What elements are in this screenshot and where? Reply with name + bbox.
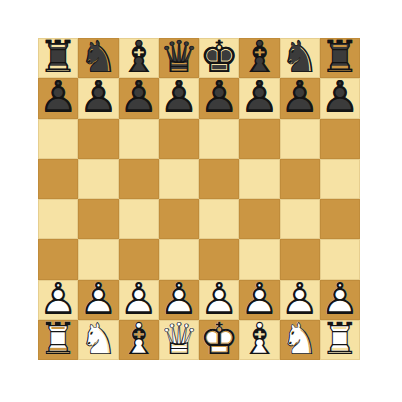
- square-h6[interactable]: [320, 119, 360, 159]
- square-d8[interactable]: ♛♕: [159, 38, 199, 78]
- square-c8[interactable]: ♝♗: [119, 38, 159, 78]
- square-b7[interactable]: ♟♙: [78, 78, 118, 118]
- black-pawn-icon: ♙: [159, 77, 199, 117]
- square-f8[interactable]: ♝♗: [239, 38, 279, 78]
- black-bishop-fill: ♝: [119, 37, 159, 77]
- square-b4[interactable]: [78, 199, 118, 239]
- black-rook-fill: ♜: [320, 37, 360, 77]
- black-pawn-icon: ♙: [199, 77, 239, 117]
- white-bishop-fill: ♝: [239, 319, 279, 359]
- white-pawn-fill: ♟: [199, 279, 239, 319]
- white-rook-icon: ♖: [320, 319, 360, 359]
- square-h5[interactable]: [320, 159, 360, 199]
- black-queen-fill: ♛: [159, 37, 199, 77]
- black-pawn-fill: ♟: [78, 77, 118, 117]
- white-pawn-fill: ♟: [159, 279, 199, 319]
- black-pawn-fill: ♟: [320, 77, 360, 117]
- square-f6[interactable]: [239, 119, 279, 159]
- square-f5[interactable]: [239, 159, 279, 199]
- square-c1[interactable]: ♝♗: [119, 320, 159, 360]
- square-e7[interactable]: ♟♙: [199, 78, 239, 118]
- page-root: ♜♖♞♘♝♗♛♕♚♔♝♗♞♘♜♖♟♙♟♙♟♙♟♙♟♙♟♙♟♙♟♙♟♙♟♙♟♙♟♙…: [0, 0, 402, 402]
- square-g8[interactable]: ♞♘: [280, 38, 320, 78]
- black-pawn-fill: ♟: [280, 77, 320, 117]
- white-king-icon: ♔: [199, 319, 239, 359]
- black-queen-icon: ♕: [159, 37, 199, 77]
- square-f1[interactable]: ♝♗: [239, 320, 279, 360]
- black-rook-icon: ♖: [320, 37, 360, 77]
- white-bishop-fill: ♝: [119, 319, 159, 359]
- square-c5[interactable]: [119, 159, 159, 199]
- square-d1[interactable]: ♛♕: [159, 320, 199, 360]
- square-b3[interactable]: [78, 239, 118, 279]
- square-d4[interactable]: [159, 199, 199, 239]
- white-bishop-icon: ♗: [239, 319, 279, 359]
- white-knight-icon: ♘: [78, 319, 118, 359]
- square-h7[interactable]: ♟♙: [320, 78, 360, 118]
- white-pawn-fill: ♟: [38, 279, 78, 319]
- black-pawn-icon: ♙: [78, 77, 118, 117]
- square-a8[interactable]: ♜♖: [38, 38, 78, 78]
- square-f7[interactable]: ♟♙: [239, 78, 279, 118]
- square-a7[interactable]: ♟♙: [38, 78, 78, 118]
- white-knight-icon: ♘: [280, 319, 320, 359]
- black-pawn-icon: ♙: [280, 77, 320, 117]
- white-pawn-fill: ♟: [320, 279, 360, 319]
- square-d5[interactable]: [159, 159, 199, 199]
- board: ♜♖♞♘♝♗♛♕♚♔♝♗♞♘♜♖♟♙♟♙♟♙♟♙♟♙♟♙♟♙♟♙♟♙♟♙♟♙♟♙…: [38, 38, 360, 360]
- square-e8[interactable]: ♚♔: [199, 38, 239, 78]
- white-pawn-icon: ♙: [159, 279, 199, 319]
- white-pawn-icon: ♙: [280, 279, 320, 319]
- white-queen-fill: ♛: [159, 319, 199, 359]
- square-g1[interactable]: ♞♘: [280, 320, 320, 360]
- square-f2[interactable]: ♟♙: [239, 280, 279, 320]
- square-a6[interactable]: [38, 119, 78, 159]
- white-pawn-icon: ♙: [38, 279, 78, 319]
- black-pawn-fill: ♟: [159, 77, 199, 117]
- black-bishop-fill: ♝: [239, 37, 279, 77]
- square-d3[interactable]: [159, 239, 199, 279]
- square-g3[interactable]: [280, 239, 320, 279]
- white-knight-fill: ♞: [78, 319, 118, 359]
- square-e2[interactable]: ♟♙: [199, 280, 239, 320]
- square-h3[interactable]: [320, 239, 360, 279]
- square-e4[interactable]: [199, 199, 239, 239]
- white-rook-fill: ♜: [38, 319, 78, 359]
- white-queen-icon: ♕: [159, 319, 199, 359]
- square-g7[interactable]: ♟♙: [280, 78, 320, 118]
- square-a3[interactable]: [38, 239, 78, 279]
- square-h2[interactable]: ♟♙: [320, 280, 360, 320]
- square-e5[interactable]: [199, 159, 239, 199]
- square-d7[interactable]: ♟♙: [159, 78, 199, 118]
- black-pawn-fill: ♟: [119, 77, 159, 117]
- square-h8[interactable]: ♜♖: [320, 38, 360, 78]
- white-rook-fill: ♜: [320, 319, 360, 359]
- square-e3[interactable]: [199, 239, 239, 279]
- white-pawn-fill: ♟: [239, 279, 279, 319]
- white-king-fill: ♚: [199, 319, 239, 359]
- white-knight-fill: ♞: [280, 319, 320, 359]
- black-knight-fill: ♞: [280, 37, 320, 77]
- white-pawn-fill: ♟: [119, 279, 159, 319]
- square-c7[interactable]: ♟♙: [119, 78, 159, 118]
- black-pawn-icon: ♙: [320, 77, 360, 117]
- black-king-fill: ♚: [199, 37, 239, 77]
- white-pawn-icon: ♙: [78, 279, 118, 319]
- white-bishop-icon: ♗: [119, 319, 159, 359]
- square-e6[interactable]: [199, 119, 239, 159]
- square-h1[interactable]: ♜♖: [320, 320, 360, 360]
- white-pawn-icon: ♙: [199, 279, 239, 319]
- square-f3[interactable]: [239, 239, 279, 279]
- black-bishop-icon: ♗: [119, 37, 159, 77]
- white-pawn-icon: ♙: [239, 279, 279, 319]
- square-a1[interactable]: ♜♖: [38, 320, 78, 360]
- black-pawn-fill: ♟: [38, 77, 78, 117]
- square-g4[interactable]: [280, 199, 320, 239]
- square-b5[interactable]: [78, 159, 118, 199]
- black-knight-fill: ♞: [78, 37, 118, 77]
- square-g5[interactable]: [280, 159, 320, 199]
- square-b1[interactable]: ♞♘: [78, 320, 118, 360]
- square-c3[interactable]: [119, 239, 159, 279]
- square-d6[interactable]: [159, 119, 199, 159]
- square-b2[interactable]: ♟♙: [78, 280, 118, 320]
- white-pawn-fill: ♟: [78, 279, 118, 319]
- square-f4[interactable]: [239, 199, 279, 239]
- black-pawn-fill: ♟: [199, 77, 239, 117]
- white-pawn-icon: ♙: [320, 279, 360, 319]
- square-g2[interactable]: ♟♙: [280, 280, 320, 320]
- square-g6[interactable]: [280, 119, 320, 159]
- black-pawn-fill: ♟: [239, 77, 279, 117]
- square-h4[interactable]: [320, 199, 360, 239]
- black-rook-icon: ♖: [38, 37, 78, 77]
- black-bishop-icon: ♗: [239, 37, 279, 77]
- black-pawn-icon: ♙: [239, 77, 279, 117]
- black-knight-icon: ♘: [78, 37, 118, 77]
- white-pawn-icon: ♙: [119, 279, 159, 319]
- square-c2[interactable]: ♟♙: [119, 280, 159, 320]
- square-e1[interactable]: ♚♔: [199, 320, 239, 360]
- square-d2[interactable]: ♟♙: [159, 280, 199, 320]
- black-knight-icon: ♘: [280, 37, 320, 77]
- black-rook-fill: ♜: [38, 37, 78, 77]
- square-a4[interactable]: [38, 199, 78, 239]
- square-b6[interactable]: [78, 119, 118, 159]
- black-king-icon: ♔: [199, 37, 239, 77]
- white-rook-icon: ♖: [38, 319, 78, 359]
- square-c4[interactable]: [119, 199, 159, 239]
- square-a5[interactable]: [38, 159, 78, 199]
- black-pawn-icon: ♙: [119, 77, 159, 117]
- black-pawn-icon: ♙: [38, 77, 78, 117]
- square-b8[interactable]: ♞♘: [78, 38, 118, 78]
- square-a2[interactable]: ♟♙: [38, 280, 78, 320]
- square-c6[interactable]: [119, 119, 159, 159]
- white-pawn-fill: ♟: [280, 279, 320, 319]
